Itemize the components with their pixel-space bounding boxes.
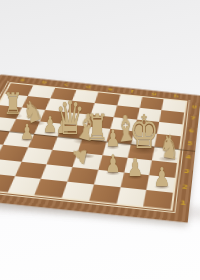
coordinate-label: 4 <box>183 154 194 160</box>
chess-board: abcdefgh 87654321 <box>0 0 200 236</box>
board-square <box>89 185 120 204</box>
coordinate-label: 3 <box>181 168 192 175</box>
board-perspective: abcdefgh 87654321 <box>0 0 200 236</box>
coordinate-label: 5 <box>185 141 195 147</box>
coordinate-label: 2 <box>179 183 190 190</box>
coordinate-label: 1 <box>177 199 189 206</box>
board-square <box>116 187 146 206</box>
coordinate-label: 6 <box>187 128 197 134</box>
board-square <box>143 190 172 209</box>
product-photo: abcdefgh 87654321 ♜♞♟♟♛♟♝♜♝♟♚♟♞♟♟♟ <box>0 0 200 280</box>
board-surface: abcdefgh 87654321 <box>0 75 200 223</box>
coordinate-label: 7 <box>188 116 198 121</box>
coordinate-label: 8 <box>190 104 200 109</box>
